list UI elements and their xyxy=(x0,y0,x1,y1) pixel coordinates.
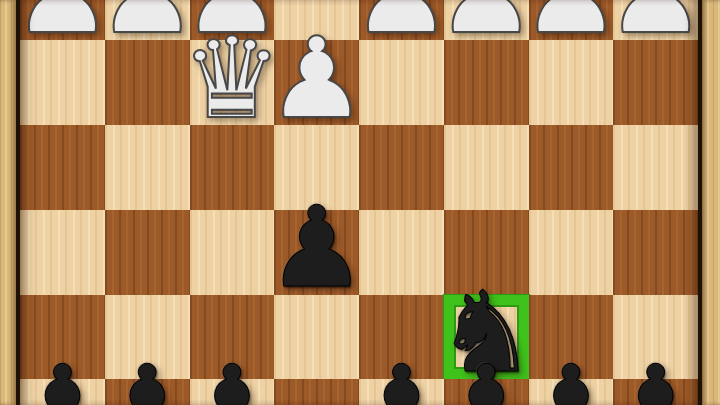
square-r1c7[interactable] xyxy=(613,40,698,125)
square-r0c1[interactable]: ♟ xyxy=(105,0,190,40)
square-r5c2[interactable]: ♟ xyxy=(190,379,275,405)
square-r3c0[interactable] xyxy=(20,210,105,295)
square-r5c6[interactable]: ♟ xyxy=(529,379,614,405)
square-r1c6[interactable] xyxy=(529,40,614,125)
square-r1c5[interactable] xyxy=(444,40,529,125)
black-pawn-piece[interactable]: ♟ xyxy=(182,350,282,405)
square-r1c2[interactable]: ♛ xyxy=(190,40,275,125)
square-r3c4[interactable] xyxy=(359,210,444,295)
square-r0c6[interactable]: ♟ xyxy=(529,0,614,40)
square-r2c5[interactable] xyxy=(444,125,529,210)
square-r1c1[interactable] xyxy=(105,40,190,125)
board-frame-right xyxy=(702,0,720,405)
square-r5c0[interactable]: ♟ xyxy=(20,379,105,405)
square-r0c5[interactable]: ♟ xyxy=(444,0,529,40)
square-r0c0[interactable]: ♟ xyxy=(20,0,105,40)
square-r2c6[interactable] xyxy=(529,125,614,210)
square-r3c7[interactable] xyxy=(613,210,698,295)
square-r5c3[interactable] xyxy=(274,379,359,405)
square-r5c1[interactable]: ♟ xyxy=(105,379,190,405)
square-r1c3[interactable]: ♟ xyxy=(274,40,359,125)
square-r3c1[interactable] xyxy=(105,210,190,295)
square-r2c0[interactable] xyxy=(20,125,105,210)
square-r2c2[interactable] xyxy=(190,125,275,210)
square-r3c6[interactable] xyxy=(529,210,614,295)
square-r5c7[interactable]: ♟ xyxy=(613,379,698,405)
square-r2c1[interactable] xyxy=(105,125,190,210)
square-r1c0[interactable] xyxy=(20,40,105,125)
square-r5c5[interactable]: ♟ xyxy=(444,379,529,405)
square-r0c7[interactable]: ♟ xyxy=(613,0,698,40)
black-pawn-piece[interactable]: ♟ xyxy=(266,191,366,303)
chess-app-screenshot: ♟♟♟♟♟♟♟♛♟♟♞♟♟♟♟♟♟♟ xyxy=(0,0,720,405)
square-r4c3[interactable] xyxy=(274,295,359,380)
square-r2c4[interactable] xyxy=(359,125,444,210)
square-r0c4[interactable]: ♟ xyxy=(359,0,444,40)
square-r3c2[interactable] xyxy=(190,210,275,295)
square-r1c4[interactable] xyxy=(359,40,444,125)
black-pawn-piece[interactable]: ♟ xyxy=(605,350,705,405)
white-pawn-piece[interactable]: ♟ xyxy=(266,22,366,134)
square-r2c7[interactable] xyxy=(613,125,698,210)
chess-board: ♟♟♟♟♟♟♟♛♟♟♞♟♟♟♟♟♟♟ xyxy=(20,0,698,405)
square-r3c3[interactable]: ♟ xyxy=(274,210,359,295)
square-r5c4[interactable]: ♟ xyxy=(359,379,444,405)
